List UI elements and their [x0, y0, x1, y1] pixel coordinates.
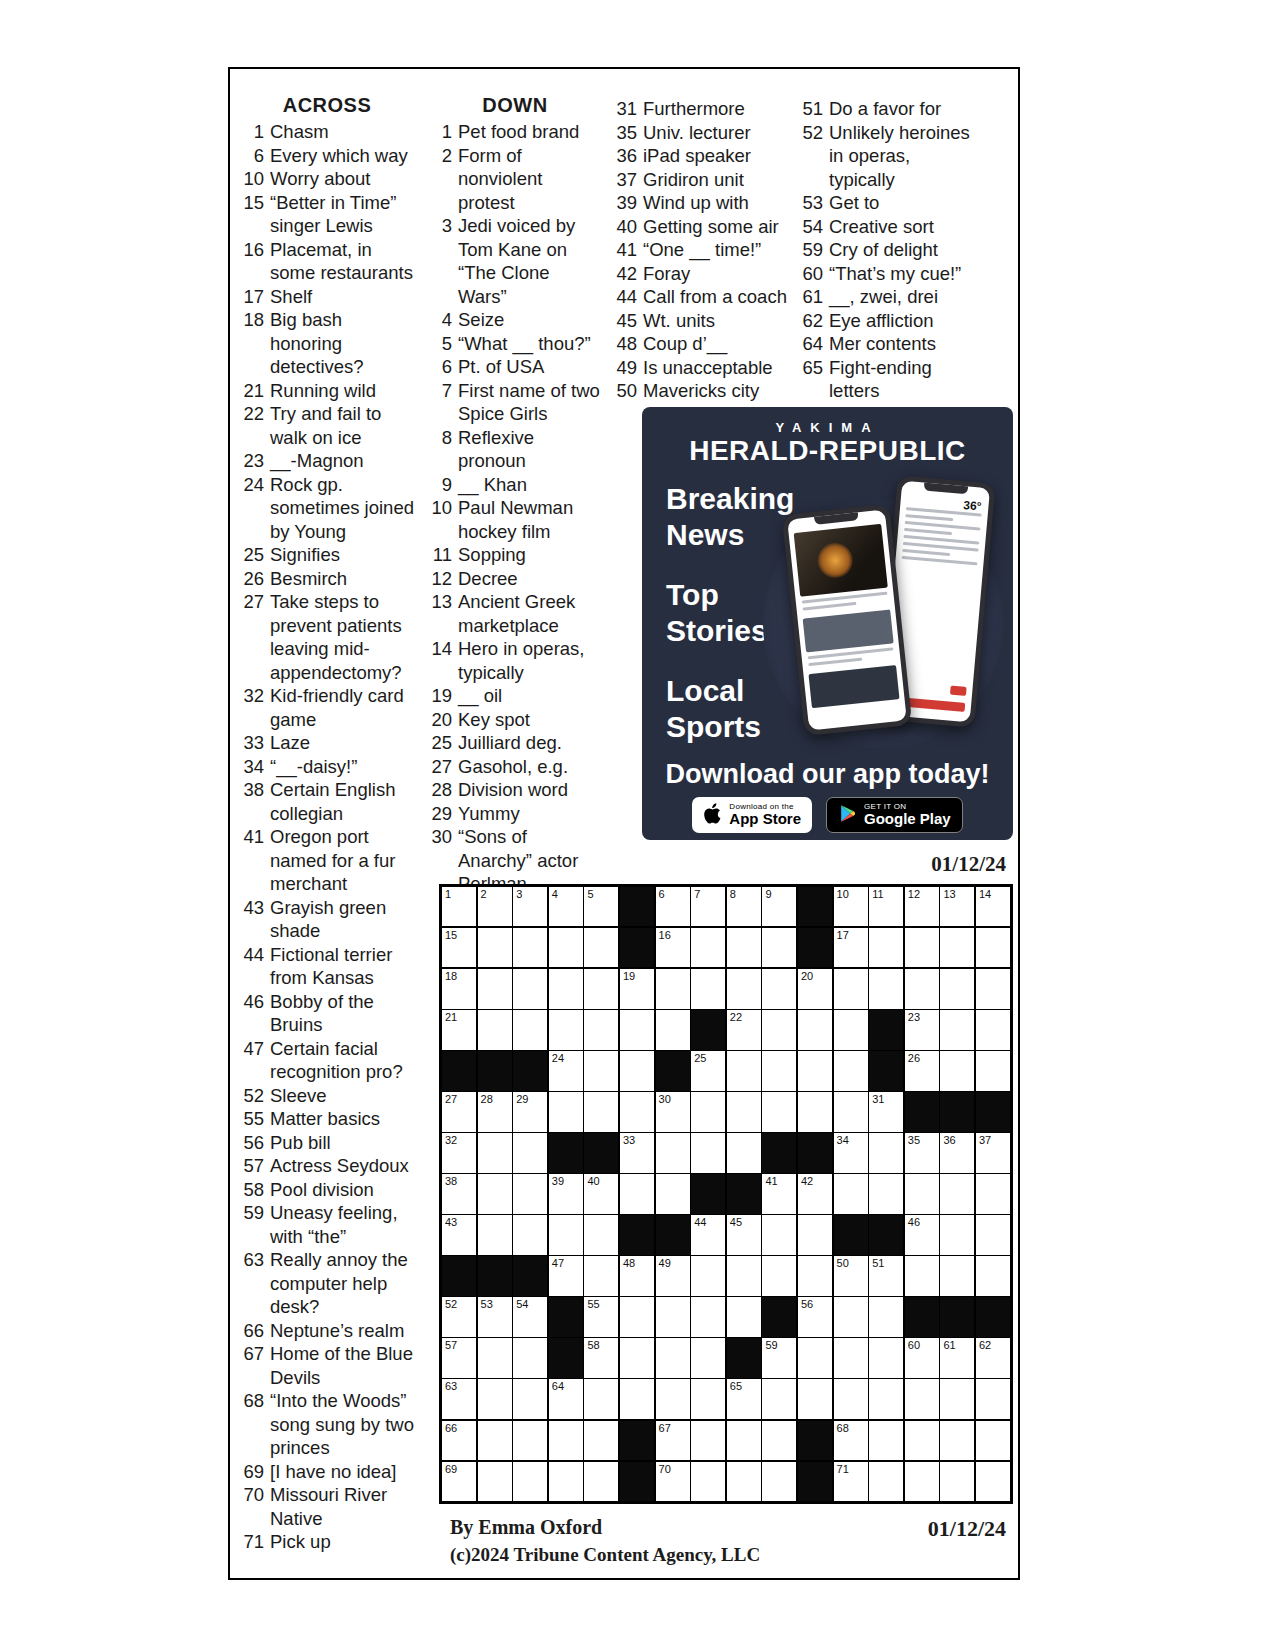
ad-brand-city: YAKIMA [642, 420, 1013, 435]
cell-r2c13[interactable] [869, 928, 903, 967]
clue-number: 36 [607, 144, 637, 168]
clue-text: Mavericks city [637, 379, 759, 403]
cell-r5c4[interactable]: 24 [549, 1051, 583, 1090]
cell-r7c13[interactable] [869, 1133, 903, 1172]
cell-r6c13[interactable]: 31 [869, 1092, 903, 1131]
cell-r14c16[interactable] [976, 1421, 1010, 1460]
cell-r13c10[interactable] [762, 1379, 796, 1418]
cell-r6c6[interactable] [620, 1092, 654, 1131]
clue-text: Actress Seydoux [264, 1154, 409, 1178]
cell-r6c11[interactable] [798, 1092, 832, 1131]
cell-r8c3[interactable] [513, 1174, 547, 1213]
cell-r9c4[interactable] [549, 1215, 583, 1254]
google-play-icon [838, 803, 857, 828]
cell-r8c4[interactable]: 39 [549, 1174, 583, 1213]
clue-text: __ Khan [452, 473, 527, 497]
cell-r6c1[interactable]: 27 [442, 1092, 476, 1131]
cell-r3c15[interactable] [940, 969, 974, 1008]
cell-r11c1[interactable]: 52 [442, 1297, 476, 1336]
cell-r8c11[interactable]: 42 [798, 1174, 832, 1213]
cell-r6c3[interactable]: 29 [513, 1092, 547, 1131]
clue-across-6: 6Every which way [234, 144, 420, 168]
cell-r4c2[interactable] [478, 1010, 512, 1049]
cell-r11c2[interactable]: 53 [478, 1297, 512, 1336]
cell-r13c3[interactable] [513, 1379, 547, 1418]
clue-across-41: 41Oregon port named for a fur merchant [234, 825, 420, 896]
cell-r2c8[interactable] [691, 928, 725, 967]
cell-r13c1[interactable]: 63 [442, 1379, 476, 1418]
cell-r13c12[interactable] [834, 1379, 868, 1418]
cell-r10c9[interactable] [727, 1256, 761, 1295]
cell-r8c12[interactable] [834, 1174, 868, 1213]
cell-r4c4[interactable] [549, 1010, 583, 1049]
cell-r13c13[interactable] [869, 1379, 903, 1418]
cell-r4c6[interactable] [620, 1010, 654, 1049]
across-clues-column: ACROSS 1Chasm6Every which way10Worry abo… [234, 93, 420, 1554]
cell-r15c10[interactable] [762, 1462, 796, 1501]
clue-number: 59 [234, 1201, 264, 1248]
cell-r12c14[interactable]: 60 [905, 1338, 939, 1377]
cell-r7c9[interactable] [727, 1133, 761, 1172]
clue-number: 19 [422, 684, 452, 708]
cell-r15c1[interactable]: 69 [442, 1462, 476, 1501]
cell-r12c12[interactable] [834, 1338, 868, 1377]
clue-down-5: 5“What __ thou?” [422, 332, 608, 356]
cell-number: 62 [979, 1339, 991, 1351]
clue-number: 53 [793, 191, 823, 215]
black-cell-r7c5 [584, 1133, 618, 1172]
puzzle-page-frame: ACROSS 1Chasm6Every which way10Worry abo… [228, 67, 1020, 1580]
black-cell-r12c4 [549, 1338, 583, 1377]
clue-text: Key spot [452, 708, 530, 732]
cell-r1c7[interactable]: 6 [656, 887, 690, 926]
cell-r13c4[interactable]: 64 [549, 1379, 583, 1418]
cell-r9c9[interactable]: 45 [727, 1215, 761, 1254]
badge-store-name: App Store [729, 811, 801, 827]
cell-number: 28 [481, 1093, 493, 1105]
cell-r12c15[interactable]: 61 [940, 1338, 974, 1377]
cell-number: 10 [837, 888, 849, 900]
black-cell-r6c14 [905, 1092, 939, 1131]
clue-down-8: 8Reflexive pronoun [422, 426, 608, 473]
cell-r2c10[interactable] [762, 928, 796, 967]
cell-r15c7[interactable]: 70 [656, 1462, 690, 1501]
cell-r10c10[interactable] [762, 1256, 796, 1295]
clue-number: 7 [422, 379, 452, 426]
cell-r8c10[interactable]: 41 [762, 1174, 796, 1213]
cell-r3c4[interactable] [549, 969, 583, 1008]
cell-r14c2[interactable] [478, 1421, 512, 1460]
cell-r14c7[interactable]: 67 [656, 1421, 690, 1460]
cell-number: 57 [445, 1339, 457, 1351]
constructor-byline: By Emma Oxford [450, 1516, 602, 1539]
cell-r13c15[interactable] [940, 1379, 974, 1418]
cell-r2c9[interactable] [727, 928, 761, 967]
cell-r3c1[interactable]: 18 [442, 969, 476, 1008]
cell-r4c1[interactable]: 21 [442, 1010, 476, 1049]
cell-r10c15[interactable] [940, 1256, 974, 1295]
clue-text: iPad speaker [637, 144, 751, 168]
clue-number: 23 [234, 449, 264, 473]
cell-r6c4[interactable] [549, 1092, 583, 1131]
cell-r10c12[interactable]: 50 [834, 1256, 868, 1295]
cell-r2c16[interactable] [976, 928, 1010, 967]
cell-r1c16[interactable]: 14 [976, 887, 1010, 926]
cell-r15c8[interactable] [691, 1462, 725, 1501]
clue-across-68: 68“Into the Woods” song sung by two prin… [234, 1389, 420, 1460]
cell-r14c14[interactable] [905, 1421, 939, 1460]
phone-notch [814, 511, 859, 525]
cell-r10c11[interactable] [798, 1256, 832, 1295]
cell-number: 34 [837, 1134, 849, 1146]
cell-r4c10[interactable] [762, 1010, 796, 1049]
cell-r5c12[interactable] [834, 1051, 868, 1090]
cell-r5c11[interactable] [798, 1051, 832, 1090]
cell-r14c8[interactable] [691, 1421, 725, 1460]
clue-down-49: 49Is unacceptable [607, 356, 795, 380]
black-cell-r7c4 [549, 1133, 583, 1172]
clue-text: Big bash honoring detectives? [264, 308, 364, 379]
cell-r13c9[interactable]: 65 [727, 1379, 761, 1418]
clue-text: Gridiron unit [637, 168, 744, 192]
cell-r9c8[interactable]: 44 [691, 1215, 725, 1254]
cell-r1c13[interactable]: 11 [869, 887, 903, 926]
cell-r15c14[interactable] [905, 1462, 939, 1501]
cell-number: 40 [587, 1175, 599, 1187]
cell-r11c8[interactable] [691, 1297, 725, 1336]
clue-number: 34 [234, 755, 264, 779]
cell-r4c15[interactable] [940, 1010, 974, 1049]
cell-r2c5[interactable] [584, 928, 618, 967]
clue-text: Pick up [264, 1530, 331, 1554]
cell-r11c12[interactable] [834, 1297, 868, 1336]
cell-r8c2[interactable] [478, 1174, 512, 1213]
cell-r7c3[interactable] [513, 1133, 547, 1172]
cell-r10c14[interactable] [905, 1256, 939, 1295]
cell-r7c8[interactable] [691, 1133, 725, 1172]
cell-r1c9[interactable]: 8 [727, 887, 761, 926]
cell-r6c7[interactable]: 30 [656, 1092, 690, 1131]
cell-r14c10[interactable] [762, 1421, 796, 1460]
app-store-badge[interactable]: Download on the App Store [692, 797, 812, 833]
cell-r7c12[interactable]: 34 [834, 1133, 868, 1172]
cell-r5c14[interactable]: 26 [905, 1051, 939, 1090]
cell-r10c5[interactable] [584, 1256, 618, 1295]
cell-r7c7[interactable] [656, 1133, 690, 1172]
cell-r8c1[interactable]: 38 [442, 1174, 476, 1213]
clue-text: “That’s my cue!” [823, 262, 961, 286]
cell-r10c6[interactable]: 48 [620, 1256, 654, 1295]
cell-r12c2[interactable] [478, 1338, 512, 1377]
clue-text: Chasm [264, 120, 329, 144]
cell-r11c6[interactable] [620, 1297, 654, 1336]
copyright-notice: (c)2024 Tribune Content Agency, LLC [450, 1544, 760, 1566]
cell-r1c10[interactable]: 9 [762, 887, 796, 926]
cell-r12c13[interactable] [869, 1338, 903, 1377]
cell-r8c7[interactable] [656, 1174, 690, 1213]
cell-r8c13[interactable] [869, 1174, 903, 1213]
cell-r14c12[interactable]: 68 [834, 1421, 868, 1460]
clue-across-23: 23__-Magnon [234, 449, 420, 473]
cell-r1c3[interactable]: 3 [513, 887, 547, 926]
clue-text: Decree [452, 567, 518, 591]
cell-r15c9[interactable] [727, 1462, 761, 1501]
cell-r11c7[interactable] [656, 1297, 690, 1336]
clue-text: Wt. units [637, 309, 715, 333]
cell-r14c4[interactable] [549, 1421, 583, 1460]
clue-text: Every which way [264, 144, 408, 168]
cell-r3c13[interactable] [869, 969, 903, 1008]
cell-r6c10[interactable] [762, 1092, 796, 1131]
cell-r5c15[interactable] [940, 1051, 974, 1090]
cell-r4c5[interactable] [584, 1010, 618, 1049]
cell-r9c1[interactable]: 43 [442, 1215, 476, 1254]
clue-number: 63 [234, 1248, 264, 1319]
clue-text: Rock gp. sometimes joined by Young [264, 473, 414, 544]
cell-r6c2[interactable]: 28 [478, 1092, 512, 1131]
black-cell-r9c6 [620, 1215, 654, 1254]
cell-r6c9[interactable] [727, 1092, 761, 1131]
cell-r8c16[interactable] [976, 1174, 1010, 1213]
cell-r8c6[interactable] [620, 1174, 654, 1213]
cell-number: 35 [908, 1134, 920, 1146]
cell-r3c8[interactable] [691, 969, 725, 1008]
cell-r15c15[interactable] [940, 1462, 974, 1501]
cell-number: 64 [552, 1380, 564, 1392]
cell-r3c11[interactable]: 20 [798, 969, 832, 1008]
clue-text: Pet food brand [452, 120, 579, 144]
cell-number: 3 [516, 888, 522, 900]
cell-r4c9[interactable]: 22 [727, 1010, 761, 1049]
cell-r13c5[interactable] [584, 1379, 618, 1418]
cell-number: 56 [801, 1298, 813, 1310]
clue-text: Besmirch [264, 567, 347, 591]
cell-r15c2[interactable] [478, 1462, 512, 1501]
phone-red-button [950, 686, 967, 696]
cell-r12c11[interactable] [798, 1338, 832, 1377]
cell-r6c8[interactable] [691, 1092, 725, 1131]
cell-r2c14[interactable] [905, 928, 939, 967]
clue-down-28: 28Division word [422, 778, 608, 802]
cell-r12c7[interactable] [656, 1338, 690, 1377]
cell-r1c4[interactable]: 4 [549, 887, 583, 926]
cell-r1c1[interactable]: 1 [442, 887, 476, 926]
cell-r13c11[interactable] [798, 1379, 832, 1418]
cell-r12c10[interactable]: 59 [762, 1338, 796, 1377]
cell-r9c2[interactable] [478, 1215, 512, 1254]
black-cell-r15c6 [620, 1462, 654, 1501]
cell-r4c3[interactable] [513, 1010, 547, 1049]
clue-down-37: 37Gridiron unit [607, 168, 795, 192]
cell-r3c9[interactable] [727, 969, 761, 1008]
cell-r1c5[interactable]: 5 [584, 887, 618, 926]
google-play-badge[interactable]: GET IT ON Google Play [826, 797, 963, 833]
cell-r4c11[interactable] [798, 1010, 832, 1049]
clue-text: Try and fail to walk on ice [264, 402, 381, 449]
cell-r2c7[interactable]: 16 [656, 928, 690, 967]
cell-r15c5[interactable] [584, 1462, 618, 1501]
clue-number: 60 [793, 262, 823, 286]
cell-r5c16[interactable] [976, 1051, 1010, 1090]
cell-r2c3[interactable] [513, 928, 547, 967]
cell-r9c3[interactable] [513, 1215, 547, 1254]
clue-across-15: 15“Better in Time” singer Lewis [234, 191, 420, 238]
cell-r14c1[interactable]: 66 [442, 1421, 476, 1460]
cell-r4c7[interactable] [656, 1010, 690, 1049]
cell-r11c9[interactable] [727, 1297, 761, 1336]
cell-r6c12[interactable] [834, 1092, 868, 1131]
cell-r15c13[interactable] [869, 1462, 903, 1501]
cell-r8c5[interactable]: 40 [584, 1174, 618, 1213]
cell-r10c7[interactable]: 49 [656, 1256, 690, 1295]
cell-number: 43 [445, 1216, 457, 1228]
clue-down-52: 52Unlikely heroines in operas, typically [793, 121, 988, 192]
cell-r15c16[interactable] [976, 1462, 1010, 1501]
cell-r3c14[interactable] [905, 969, 939, 1008]
cell-r4c12[interactable] [834, 1010, 868, 1049]
cell-r7c14[interactable]: 35 [905, 1133, 939, 1172]
cell-r9c5[interactable] [584, 1215, 618, 1254]
cell-r14c15[interactable] [940, 1421, 974, 1460]
puzzle-date-top: 01/12/24 [931, 852, 1006, 877]
clue-down-6: 6Pt. of USA [422, 355, 608, 379]
cell-r10c4[interactable]: 47 [549, 1256, 583, 1295]
cell-r13c14[interactable] [905, 1379, 939, 1418]
cell-r9c10[interactable] [762, 1215, 796, 1254]
cell-r7c2[interactable] [478, 1133, 512, 1172]
cell-r2c4[interactable] [549, 928, 583, 967]
cell-r1c14[interactable]: 12 [905, 887, 939, 926]
cell-r9c11[interactable] [798, 1215, 832, 1254]
cell-r13c6[interactable] [620, 1379, 654, 1418]
cell-r1c8[interactable]: 7 [691, 887, 725, 926]
cell-r15c12[interactable]: 71 [834, 1462, 868, 1501]
cell-r3c7[interactable] [656, 969, 690, 1008]
cell-r12c16[interactable]: 62 [976, 1338, 1010, 1377]
cell-r10c13[interactable]: 51 [869, 1256, 903, 1295]
cell-r11c13[interactable] [869, 1297, 903, 1336]
black-cell-r1c6 [620, 887, 654, 926]
cell-r3c5[interactable] [584, 969, 618, 1008]
cell-r3c2[interactable] [478, 969, 512, 1008]
cell-number: 27 [445, 1093, 457, 1105]
cell-r5c6[interactable] [620, 1051, 654, 1090]
cell-number: 60 [908, 1339, 920, 1351]
cell-r10c8[interactable] [691, 1256, 725, 1295]
cell-r14c13[interactable] [869, 1421, 903, 1460]
cell-r3c16[interactable] [976, 969, 1010, 1008]
cell-r7c6[interactable]: 33 [620, 1133, 654, 1172]
clue-text: __ oil [452, 684, 502, 708]
cell-r12c6[interactable] [620, 1338, 654, 1377]
cell-r4c14[interactable]: 23 [905, 1010, 939, 1049]
clue-across-52: 52Sleeve [234, 1084, 420, 1108]
cell-r13c2[interactable] [478, 1379, 512, 1418]
cell-r8c15[interactable] [940, 1174, 974, 1213]
cell-r1c15[interactable]: 13 [940, 887, 974, 926]
cell-r3c10[interactable] [762, 969, 796, 1008]
clue-text: Matter basics [264, 1107, 380, 1131]
cell-r5c5[interactable] [584, 1051, 618, 1090]
cell-r2c2[interactable] [478, 928, 512, 967]
clue-number: 32 [234, 684, 264, 731]
cell-r5c10[interactable] [762, 1051, 796, 1090]
cell-r3c6[interactable]: 19 [620, 969, 654, 1008]
clue-text: Juilliard deg. [452, 731, 562, 755]
clue-number: 13 [422, 590, 452, 637]
cell-r13c7[interactable] [656, 1379, 690, 1418]
cell-r5c8[interactable]: 25 [691, 1051, 725, 1090]
cell-number: 7 [694, 888, 700, 900]
clue-across-58: 58Pool division [234, 1178, 420, 1202]
clue-across-17: 17Shelf [234, 285, 420, 309]
clue-text: Wind up with [637, 191, 749, 215]
cell-r8c14[interactable] [905, 1174, 939, 1213]
cell-r9c14[interactable]: 46 [905, 1215, 939, 1254]
clue-number: 46 [234, 990, 264, 1037]
cell-r2c15[interactable] [940, 928, 974, 967]
cell-r10c16[interactable] [976, 1256, 1010, 1295]
clue-across-10: 10Worry about [234, 167, 420, 191]
cell-r12c3[interactable] [513, 1338, 547, 1377]
cell-r14c3[interactable] [513, 1421, 547, 1460]
cell-r9c15[interactable] [940, 1215, 974, 1254]
cell-r13c16[interactable] [976, 1379, 1010, 1418]
clue-across-46: 46Bobby of the Bruins [234, 990, 420, 1037]
clue-number: 47 [234, 1037, 264, 1084]
cell-r11c5[interactable]: 55 [584, 1297, 618, 1336]
cell-r7c1[interactable]: 32 [442, 1133, 476, 1172]
cell-r15c3[interactable] [513, 1462, 547, 1501]
cell-r14c5[interactable] [584, 1421, 618, 1460]
cell-r4c16[interactable] [976, 1010, 1010, 1049]
clue-down-29: 29Yummy [422, 802, 608, 826]
down-header: DOWN [422, 93, 608, 117]
cell-r12c8[interactable] [691, 1338, 725, 1377]
cell-number: 65 [730, 1380, 742, 1392]
cell-r7c16[interactable]: 37 [976, 1133, 1010, 1172]
clue-text: Pool division [264, 1178, 374, 1202]
black-cell-r6c16 [976, 1092, 1010, 1131]
cell-r14c9[interactable] [727, 1421, 761, 1460]
cell-r2c12[interactable]: 17 [834, 928, 868, 967]
clue-across-70: 70Missouri River Native [234, 1483, 420, 1530]
cell-r11c11[interactable]: 56 [798, 1297, 832, 1336]
clue-text: Really annoy the computer help desk? [264, 1248, 408, 1319]
cell-r3c12[interactable] [834, 969, 868, 1008]
cell-r1c12[interactable]: 10 [834, 887, 868, 926]
cell-r5c9[interactable] [727, 1051, 761, 1090]
clue-number: 64 [793, 332, 823, 356]
app-advertisement[interactable]: YAKIMA HERALD-REPUBLIC Breaking News Top… [642, 407, 1013, 840]
clue-number: 15 [234, 191, 264, 238]
cell-r13c8[interactable] [691, 1379, 725, 1418]
cell-r9c16[interactable] [976, 1215, 1010, 1254]
cell-r11c3[interactable]: 54 [513, 1297, 547, 1336]
cell-r1c2[interactable]: 2 [478, 887, 512, 926]
cell-number: 70 [659, 1463, 671, 1475]
cell-r12c1[interactable]: 57 [442, 1338, 476, 1377]
cell-r15c4[interactable] [549, 1462, 583, 1501]
cell-r6c5[interactable] [584, 1092, 618, 1131]
cell-r2c1[interactable]: 15 [442, 928, 476, 967]
clue-text: Neptune’s realm [264, 1319, 404, 1343]
clue-across-33: 33Laze [234, 731, 420, 755]
black-cell-r7c11 [798, 1133, 832, 1172]
cell-r12c5[interactable]: 58 [584, 1338, 618, 1377]
cell-r3c3[interactable] [513, 969, 547, 1008]
cell-r7c15[interactable]: 36 [940, 1133, 974, 1172]
